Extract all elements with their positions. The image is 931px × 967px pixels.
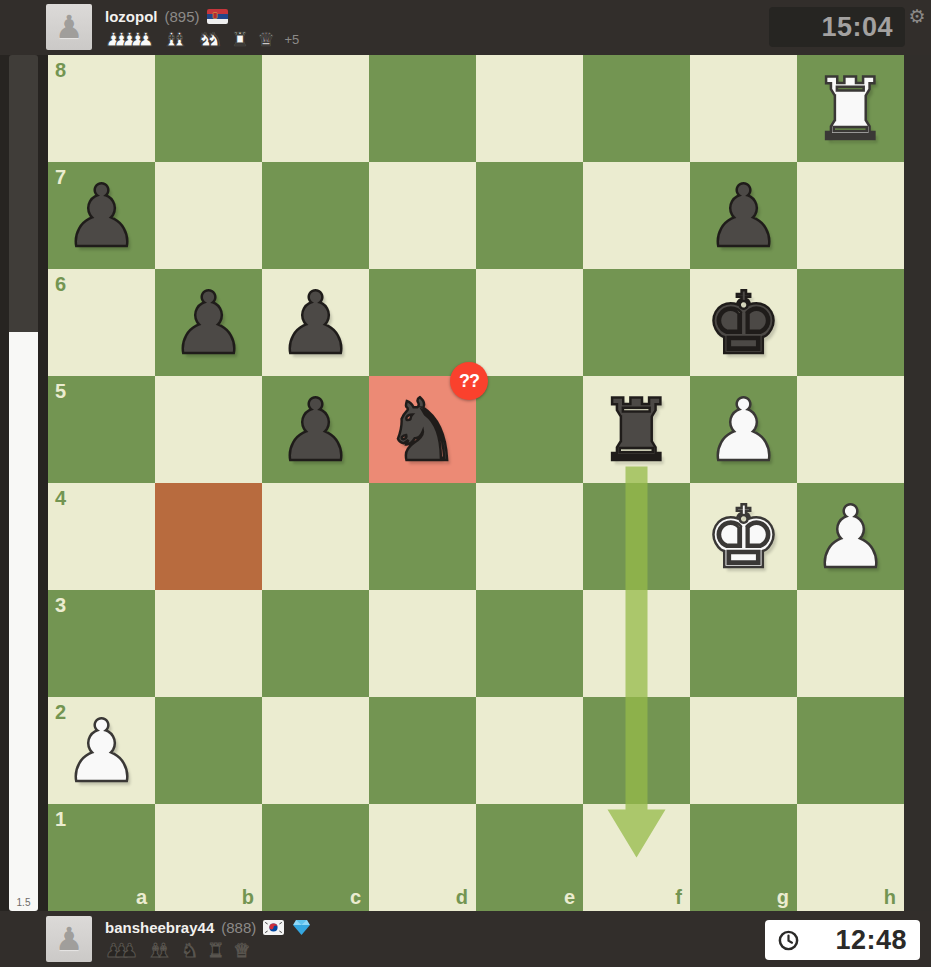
captured-pawn-icon: ♟ [137, 28, 154, 50]
rank-label: 6 [55, 273, 66, 296]
square-f8[interactable] [583, 55, 690, 162]
bottom-captured-pieces: ♟♟♟♝♝♞♜♛ [105, 939, 311, 961]
square-g3[interactable] [690, 590, 797, 697]
bottom-player-name[interactable]: bansheebray44 [105, 919, 214, 936]
square-c3[interactable] [262, 590, 369, 697]
captured-knight-group: ♞ [181, 939, 198, 961]
captured-bishop-icon: ♝ [171, 28, 188, 50]
file-label: b [242, 886, 254, 909]
black-rook[interactable]: ♜ [583, 376, 690, 483]
captured-queen-group: ♛ [233, 939, 250, 961]
black-pawn[interactable]: ♟ [262, 376, 369, 483]
square-b3[interactable] [155, 590, 262, 697]
black-pawn[interactable]: ♟ [690, 162, 797, 269]
bottom-player-rating: (888) [221, 919, 256, 936]
bottom-player-clock: 12:48 [765, 920, 920, 960]
square-c4[interactable] [262, 483, 369, 590]
square-e5[interactable] [476, 376, 583, 483]
premium-diamond-icon[interactable] [292, 919, 311, 936]
square-c1[interactable]: c [262, 804, 369, 911]
square-a3[interactable]: 3 [48, 590, 155, 697]
square-f5[interactable]: ♜ [583, 376, 690, 483]
chess-game-page: ♟ lozopol (895) ♟♟♟♟♟♝♝♞♞♜♛ +5 15:04 ⚙ 1… [0, 0, 931, 967]
black-pawn[interactable]: ♟ [48, 162, 155, 269]
white-pawn[interactable]: ♟ [797, 483, 904, 590]
evaluation-white-portion [9, 332, 38, 912]
square-h8[interactable]: ♜ [797, 55, 904, 162]
rank-label: 4 [55, 487, 66, 510]
captured-queen-group: ♛ [257, 28, 274, 50]
top-player-name[interactable]: lozopol [105, 8, 158, 25]
file-label: c [350, 886, 361, 909]
captured-bishop-group: ♝♝ [163, 28, 188, 50]
rank-label: 1 [55, 808, 66, 831]
white-rook[interactable]: ♜ [797, 55, 904, 162]
square-g6[interactable]: ♚ [690, 269, 797, 376]
square-d6[interactable] [369, 269, 476, 376]
square-g8[interactable] [690, 55, 797, 162]
top-player-info: lozopol (895) ♟♟♟♟♟♝♝♞♞♜♛ +5 [105, 6, 299, 50]
white-pawn[interactable]: ♟ [690, 376, 797, 483]
bottom-player-avatar[interactable]: ♟ [46, 916, 92, 962]
captured-pawn-icon: ♟ [121, 939, 138, 961]
serbia-flag [207, 9, 228, 24]
square-f7[interactable] [583, 162, 690, 269]
black-pawn[interactable]: ♟ [262, 269, 369, 376]
square-g7[interactable]: ♟ [690, 162, 797, 269]
rank-label: 5 [55, 380, 66, 403]
top-player-clock: 15:04 [769, 7, 905, 47]
square-g2[interactable] [690, 697, 797, 804]
pawn-avatar-icon: ♟ [55, 11, 84, 43]
square-b7[interactable] [155, 162, 262, 269]
clock-icon [777, 929, 800, 952]
captured-pawn-group: ♟♟♟♟♟ [105, 28, 154, 50]
square-e7[interactable] [476, 162, 583, 269]
square-g1[interactable]: g [690, 804, 797, 911]
square-d8[interactable] [369, 55, 476, 162]
bottom-player-bar: ♟ bansheebray44 (888) ♟♟♟♝♝♞♜♛ 12:48 [0, 911, 931, 967]
chess-board[interactable]: 8♜7♟♟6♟♟♚5♟♞♜♟4♚♟32♟1abcdefgh?? [48, 55, 904, 911]
square-d1[interactable]: d [369, 804, 476, 911]
square-b1[interactable]: b [155, 804, 262, 911]
square-f6[interactable] [583, 269, 690, 376]
square-h6[interactable] [797, 269, 904, 376]
square-a7[interactable]: 7♟ [48, 162, 155, 269]
square-h3[interactable] [797, 590, 904, 697]
left-rail: 1.5 [0, 55, 48, 911]
file-label: g [777, 886, 789, 909]
captured-rook-group: ♜ [207, 939, 224, 961]
captured-bishop-icon: ♝ [155, 939, 172, 961]
square-h2[interactable] [797, 697, 904, 804]
square-c6[interactable]: ♟ [262, 269, 369, 376]
square-a6[interactable]: 6 [48, 269, 155, 376]
captured-queen-icon: ♛ [257, 28, 274, 50]
square-h7[interactable] [797, 162, 904, 269]
black-pawn[interactable]: ♟ [155, 269, 262, 376]
square-b6[interactable]: ♟ [155, 269, 262, 376]
square-d3[interactable] [369, 590, 476, 697]
square-c2[interactable] [262, 697, 369, 804]
square-g4[interactable]: ♚ [690, 483, 797, 590]
square-b5[interactable] [155, 376, 262, 483]
file-label: h [884, 886, 896, 909]
square-b4[interactable] [155, 483, 262, 590]
square-e2[interactable] [476, 697, 583, 804]
captured-queen-icon: ♛ [233, 939, 250, 961]
white-king[interactable]: ♚ [690, 483, 797, 590]
square-e6[interactable] [476, 269, 583, 376]
white-pawn[interactable]: ♟ [48, 697, 155, 804]
blunder-badge: ?? [450, 362, 488, 400]
captured-rook-icon: ♜ [207, 939, 224, 961]
top-player-avatar[interactable]: ♟ [46, 4, 92, 50]
captured-bishop-group: ♝♝ [147, 939, 172, 961]
square-d2[interactable] [369, 697, 476, 804]
square-e8[interactable] [476, 55, 583, 162]
captured-knight-group: ♞♞ [197, 28, 222, 50]
black-king[interactable]: ♚ [690, 269, 797, 376]
bottom-clock-time: 12:48 [835, 925, 907, 956]
square-g5[interactable]: ♟ [690, 376, 797, 483]
square-h1[interactable]: h [797, 804, 904, 911]
square-f3[interactable] [583, 590, 690, 697]
top-captured-pieces: ♟♟♟♟♟♝♝♞♞♜♛ +5 [105, 28, 299, 50]
file-label: f [675, 886, 682, 909]
square-b8[interactable] [155, 55, 262, 162]
top-clock-time: 15:04 [821, 12, 893, 43]
rank-label: 3 [55, 594, 66, 617]
material-advantage: +5 [285, 32, 300, 47]
evaluation-bar: 1.5 [9, 55, 38, 911]
square-c7[interactable] [262, 162, 369, 269]
square-e4[interactable] [476, 483, 583, 590]
captured-pawn-group: ♟♟♟ [105, 939, 138, 961]
square-f4[interactable] [583, 483, 690, 590]
bottom-player-info: bansheebray44 (888) ♟♟♟♝♝♞♜♛ [105, 917, 311, 961]
square-a4[interactable]: 4 [48, 483, 155, 590]
square-a2[interactable]: 2♟ [48, 697, 155, 804]
square-f1[interactable]: f [583, 804, 690, 911]
captured-rook-icon: ♜ [231, 28, 248, 50]
square-h5[interactable] [797, 376, 904, 483]
square-h4[interactable]: ♟ [797, 483, 904, 590]
square-f2[interactable] [583, 697, 690, 804]
square-d4[interactable] [369, 483, 476, 590]
file-label: d [456, 886, 468, 909]
square-c8[interactable] [262, 55, 369, 162]
captured-knight-icon: ♞ [181, 939, 198, 961]
pawn-avatar-icon: ♟ [55, 923, 84, 955]
file-label: e [564, 886, 575, 909]
top-player-rating: (895) [165, 8, 200, 25]
square-b2[interactable] [155, 697, 262, 804]
square-c5[interactable]: ♟ [262, 376, 369, 483]
square-a1[interactable]: 1a [48, 804, 155, 911]
settings-gear-icon[interactable]: ⚙ [906, 5, 928, 27]
top-player-bar: ♟ lozopol (895) ♟♟♟♟♟♝♝♞♞♜♛ +5 15:04 ⚙ [0, 0, 931, 55]
rank-label: 8 [55, 59, 66, 82]
captured-rook-group: ♜ [231, 28, 248, 50]
file-label: a [136, 886, 147, 909]
square-e3[interactable] [476, 590, 583, 697]
captured-knight-icon: ♞ [205, 28, 222, 50]
evaluation-score: 1.5 [9, 897, 38, 908]
square-a5[interactable]: 5 [48, 376, 155, 483]
south-korea-flag [263, 920, 284, 935]
square-e1[interactable]: e [476, 804, 583, 911]
square-d7[interactable] [369, 162, 476, 269]
square-a8[interactable]: 8 [48, 55, 155, 162]
